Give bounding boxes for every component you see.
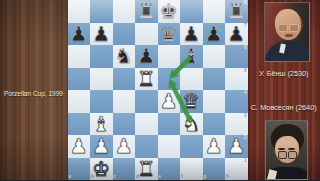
file-label-g: g bbox=[204, 175, 207, 180]
rank-label-6: 6 bbox=[244, 46, 247, 51]
black-rook-d8[interactable]: ♜ bbox=[135, 0, 158, 23]
white-queen-f4[interactable]: ♛ bbox=[180, 90, 203, 113]
square-g7[interactable]: ♟ bbox=[203, 23, 226, 46]
photo-eyebrow bbox=[288, 148, 295, 150]
square-c1[interactable]: c bbox=[113, 158, 136, 181]
white-knight-f3[interactable]: ♞ bbox=[180, 113, 203, 136]
square-d6[interactable]: ♟ bbox=[135, 45, 158, 68]
square-e7[interactable]: ♛ bbox=[158, 23, 181, 46]
square-d8[interactable]: ♜ bbox=[135, 0, 158, 23]
white-pawn-a2[interactable]: ♟ bbox=[68, 135, 91, 158]
square-e5[interactable] bbox=[158, 68, 181, 91]
square-b8[interactable] bbox=[90, 0, 113, 23]
file-label-h: h bbox=[226, 175, 229, 180]
square-b2[interactable]: ♟ bbox=[90, 135, 113, 158]
black-queen-e7[interactable]: ♛ bbox=[158, 23, 181, 46]
file-label-e: e bbox=[159, 175, 162, 180]
square-a6[interactable] bbox=[68, 45, 91, 68]
square-a1[interactable]: a bbox=[68, 158, 91, 181]
player-name-bottom: С. Мовсесян (2640) bbox=[248, 103, 320, 112]
square-a7[interactable]: ♟ bbox=[68, 23, 91, 46]
square-e4[interactable]: ♟ bbox=[158, 90, 181, 113]
square-b5[interactable] bbox=[90, 68, 113, 91]
square-h4[interactable]: 4 bbox=[225, 90, 248, 113]
file-label-a: a bbox=[69, 175, 72, 180]
white-pawn-e4[interactable]: ♟ bbox=[158, 90, 181, 113]
photo-mustache bbox=[285, 34, 293, 37]
square-h1[interactable]: h1 bbox=[225, 158, 248, 181]
file-label-f: f bbox=[181, 175, 183, 180]
rank-label-4: 4 bbox=[244, 91, 247, 96]
white-pawn-b2[interactable]: ♟ bbox=[90, 135, 113, 158]
square-d7[interactable] bbox=[135, 23, 158, 46]
square-e1[interactable]: e bbox=[158, 158, 181, 181]
black-pawn-a7[interactable]: ♟ bbox=[68, 23, 91, 46]
event-caption: Porzellan Cup, 1999 bbox=[4, 90, 66, 98]
white-rook-d1[interactable]: ♜ bbox=[135, 158, 158, 181]
square-c5[interactable] bbox=[113, 68, 136, 91]
square-f7[interactable]: ♟ bbox=[180, 23, 203, 46]
square-c4[interactable] bbox=[113, 90, 136, 113]
square-f2[interactable] bbox=[180, 135, 203, 158]
white-bishop-b3[interactable]: ♝ bbox=[90, 113, 113, 136]
rank-label-3: 3 bbox=[244, 114, 247, 119]
photo-glasses-left-lens bbox=[278, 151, 288, 159]
photo-glasses-right-lens bbox=[289, 24, 299, 32]
player-name-top: У. Бёнш (2530) bbox=[248, 69, 320, 78]
square-f6[interactable]: ♝ bbox=[180, 45, 203, 68]
photo-suit bbox=[265, 41, 310, 62]
square-a2[interactable]: ♟ bbox=[68, 135, 91, 158]
chess-board: ♜♚8♜♟♟♛♟♟7♟♞♟♝6♜5♟♛4♝♞3♟♟♟♟2♟ab♚cd♜efgh1 bbox=[68, 0, 248, 180]
square-h5[interactable]: 5 bbox=[225, 68, 248, 91]
square-c8[interactable] bbox=[113, 0, 136, 23]
square-g6[interactable] bbox=[203, 45, 226, 68]
white-pawn-h2[interactable]: ♟ bbox=[225, 135, 248, 158]
square-h7[interactable]: 7♟ bbox=[225, 23, 248, 46]
square-g2[interactable]: ♟ bbox=[203, 135, 226, 158]
square-d2[interactable] bbox=[135, 135, 158, 158]
square-b6[interactable] bbox=[90, 45, 113, 68]
black-king-e8[interactable]: ♚ bbox=[158, 0, 181, 23]
square-e2[interactable] bbox=[158, 135, 181, 158]
square-a8[interactable] bbox=[68, 0, 91, 23]
player-photo-boensch bbox=[264, 2, 310, 62]
square-d5[interactable]: ♜ bbox=[135, 68, 158, 91]
square-a3[interactable] bbox=[68, 113, 91, 136]
square-g5[interactable] bbox=[203, 68, 226, 91]
square-g8[interactable] bbox=[203, 0, 226, 23]
square-g1[interactable]: g bbox=[203, 158, 226, 181]
black-pawn-h7[interactable]: ♟ bbox=[225, 23, 248, 46]
square-b7[interactable]: ♟ bbox=[90, 23, 113, 46]
square-c3[interactable] bbox=[113, 113, 136, 136]
square-f8[interactable] bbox=[180, 0, 203, 23]
black-bishop-f6[interactable]: ♝ bbox=[180, 45, 203, 68]
square-c2[interactable]: ♟ bbox=[113, 135, 136, 158]
thumbnail-canvas: Porzellan Cup, 1999 ♜♚8♜♟♟♛♟♟7♟♞♟♝6♜5♟♛4… bbox=[0, 0, 320, 180]
rank-label-5: 5 bbox=[244, 69, 247, 74]
white-pawn-g2[interactable]: ♟ bbox=[203, 135, 226, 158]
square-d1[interactable]: d♜ bbox=[135, 158, 158, 181]
file-label-c: c bbox=[114, 175, 117, 180]
black-pawn-b7[interactable]: ♟ bbox=[90, 23, 113, 46]
photo-glasses-right-lens bbox=[288, 151, 298, 159]
white-pawn-c2[interactable]: ♟ bbox=[113, 135, 136, 158]
square-f5[interactable] bbox=[180, 68, 203, 91]
square-d4[interactable] bbox=[135, 90, 158, 113]
square-f4[interactable]: ♛ bbox=[180, 90, 203, 113]
square-f3[interactable]: ♞ bbox=[180, 113, 203, 136]
square-g3[interactable] bbox=[203, 113, 226, 136]
left-wood-panel: Porzellan Cup, 1999 bbox=[0, 0, 68, 180]
black-pawn-d6[interactable]: ♟ bbox=[135, 45, 158, 68]
square-h8[interactable]: 8♜ bbox=[225, 0, 248, 23]
square-h6[interactable]: 6 bbox=[225, 45, 248, 68]
black-rook-h8[interactable]: ♜ bbox=[225, 0, 248, 23]
rank-label-1: 1 bbox=[244, 159, 247, 164]
black-pawn-f7[interactable]: ♟ bbox=[180, 23, 203, 46]
square-e3[interactable] bbox=[158, 113, 181, 136]
player-photo-movsesian bbox=[265, 120, 308, 180]
square-f1[interactable]: f bbox=[180, 158, 203, 181]
right-wood-panel: У. Бёнш (2530) С. Мовсесян (2640) bbox=[248, 0, 320, 180]
square-h2[interactable]: 2♟ bbox=[225, 135, 248, 158]
square-c7[interactable] bbox=[113, 23, 136, 46]
square-b3[interactable]: ♝ bbox=[90, 113, 113, 136]
white-king-b1[interactable]: ♚ bbox=[90, 158, 113, 181]
photo-glasses-left-lens bbox=[278, 24, 288, 32]
square-e8[interactable]: ♚ bbox=[158, 0, 181, 23]
square-b1[interactable]: b♚ bbox=[90, 158, 113, 181]
photo-eyebrow bbox=[278, 148, 285, 150]
square-d3[interactable] bbox=[135, 113, 158, 136]
square-b4[interactable] bbox=[90, 90, 113, 113]
white-rook-d5[interactable]: ♜ bbox=[135, 68, 158, 91]
square-e6[interactable] bbox=[158, 45, 181, 68]
square-c6[interactable]: ♞ bbox=[113, 45, 136, 68]
square-h3[interactable]: 3 bbox=[225, 113, 248, 136]
square-g4[interactable] bbox=[203, 90, 226, 113]
square-a5[interactable] bbox=[68, 68, 91, 91]
black-knight-c6[interactable]: ♞ bbox=[113, 45, 136, 68]
black-pawn-g7[interactable]: ♟ bbox=[203, 23, 226, 46]
square-a4[interactable] bbox=[68, 90, 91, 113]
